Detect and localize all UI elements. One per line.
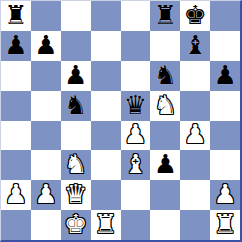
square-d7[interactable] — [91, 31, 121, 61]
piece-white-pawn-h2[interactable]: ♟ — [213, 181, 236, 207]
square-c3[interactable]: ♞ — [61, 150, 91, 180]
square-f7[interactable] — [150, 31, 180, 61]
square-g3[interactable] — [180, 150, 210, 180]
square-h1[interactable]: ♜ — [210, 210, 240, 240]
square-e2[interactable] — [121, 180, 151, 210]
square-b1[interactable] — [31, 210, 61, 240]
square-d5[interactable] — [91, 91, 121, 121]
piece-black-pawn-f3[interactable]: ♟ — [154, 151, 177, 177]
square-g5[interactable] — [180, 91, 210, 121]
square-h7[interactable] — [210, 31, 240, 61]
square-c5[interactable]: ♞ — [61, 91, 91, 121]
piece-white-rook-h1[interactable]: ♜ — [213, 211, 236, 237]
square-a7[interactable]: ♟ — [1, 31, 31, 61]
piece-white-king-c1[interactable]: ♚ — [64, 211, 87, 237]
square-b5[interactable] — [31, 91, 61, 121]
square-g6[interactable] — [180, 61, 210, 91]
square-f4[interactable] — [150, 121, 180, 151]
square-f6[interactable]: ♞ — [150, 61, 180, 91]
square-c1[interactable]: ♚ — [61, 210, 91, 240]
square-e1[interactable] — [121, 210, 151, 240]
square-d6[interactable] — [91, 61, 121, 91]
square-d2[interactable] — [91, 180, 121, 210]
square-d3[interactable] — [91, 150, 121, 180]
piece-black-pawn-b7[interactable]: ♟ — [34, 32, 57, 58]
square-a1[interactable] — [1, 210, 31, 240]
chess-board-frame: ♜♜♚♟♟♝♟♞♟♞♛♞♟♟♞♝♟♟♟♛♟♚♜♜ — [0, 0, 242, 242]
square-c4[interactable] — [61, 121, 91, 151]
piece-white-pawn-g4[interactable]: ♟ — [184, 121, 207, 147]
square-d4[interactable] — [91, 121, 121, 151]
square-a3[interactable] — [1, 150, 31, 180]
piece-black-king-g8[interactable]: ♚ — [184, 2, 207, 28]
square-a6[interactable] — [1, 61, 31, 91]
square-c6[interactable]: ♟ — [61, 61, 91, 91]
piece-white-queen-c2[interactable]: ♛ — [64, 181, 87, 207]
square-c8[interactable] — [61, 1, 91, 31]
piece-black-queen-e5[interactable]: ♛ — [124, 92, 147, 118]
square-a2[interactable]: ♟ — [1, 180, 31, 210]
square-g2[interactable] — [180, 180, 210, 210]
piece-black-pawn-h6[interactable]: ♟ — [213, 62, 236, 88]
square-h6[interactable]: ♟ — [210, 61, 240, 91]
piece-black-pawn-c6[interactable]: ♟ — [64, 62, 87, 88]
square-c7[interactable] — [61, 31, 91, 61]
square-b2[interactable]: ♟ — [31, 180, 61, 210]
piece-black-bishop-g7[interactable]: ♝ — [184, 32, 207, 58]
piece-black-rook-f8[interactable]: ♜ — [154, 2, 177, 28]
square-e6[interactable] — [121, 61, 151, 91]
piece-white-rook-d1[interactable]: ♜ — [94, 211, 117, 237]
square-h5[interactable] — [210, 91, 240, 121]
square-c2[interactable]: ♛ — [61, 180, 91, 210]
square-g8[interactable]: ♚ — [180, 1, 210, 31]
square-g4[interactable]: ♟ — [180, 121, 210, 151]
square-f8[interactable]: ♜ — [150, 1, 180, 31]
square-f1[interactable] — [150, 210, 180, 240]
piece-white-pawn-b2[interactable]: ♟ — [34, 181, 57, 207]
square-h3[interactable] — [210, 150, 240, 180]
piece-white-pawn-a2[interactable]: ♟ — [4, 181, 27, 207]
piece-black-pawn-a7[interactable]: ♟ — [4, 32, 27, 58]
square-d8[interactable] — [91, 1, 121, 31]
square-a4[interactable] — [1, 121, 31, 151]
piece-black-rook-a8[interactable]: ♜ — [4, 2, 27, 28]
square-a5[interactable] — [1, 91, 31, 121]
piece-white-knight-f5[interactable]: ♞ — [154, 92, 177, 118]
square-f3[interactable]: ♟ — [150, 150, 180, 180]
square-b4[interactable] — [31, 121, 61, 151]
piece-white-bishop-e3[interactable]: ♝ — [124, 151, 147, 177]
piece-black-knight-c5[interactable]: ♞ — [64, 92, 87, 118]
square-h4[interactable] — [210, 121, 240, 151]
square-b6[interactable] — [31, 61, 61, 91]
square-e3[interactable]: ♝ — [121, 150, 151, 180]
square-h8[interactable] — [210, 1, 240, 31]
square-b7[interactable]: ♟ — [31, 31, 61, 61]
square-a8[interactable]: ♜ — [1, 1, 31, 31]
square-f5[interactable]: ♞ — [150, 91, 180, 121]
square-e8[interactable] — [121, 1, 151, 31]
piece-white-knight-c3[interactable]: ♞ — [64, 151, 87, 177]
chess-board[interactable]: ♜♜♚♟♟♝♟♞♟♞♛♞♟♟♞♝♟♟♟♛♟♚♜♜ — [1, 1, 240, 240]
square-h2[interactable]: ♟ — [210, 180, 240, 210]
square-f2[interactable] — [150, 180, 180, 210]
square-g1[interactable] — [180, 210, 210, 240]
piece-white-pawn-e4[interactable]: ♟ — [124, 121, 147, 147]
square-e7[interactable] — [121, 31, 151, 61]
square-e5[interactable]: ♛ — [121, 91, 151, 121]
square-b3[interactable] — [31, 150, 61, 180]
square-g7[interactable]: ♝ — [180, 31, 210, 61]
square-d1[interactable]: ♜ — [91, 210, 121, 240]
square-e4[interactable]: ♟ — [121, 121, 151, 151]
piece-black-knight-f6[interactable]: ♞ — [154, 62, 177, 88]
square-b8[interactable] — [31, 1, 61, 31]
